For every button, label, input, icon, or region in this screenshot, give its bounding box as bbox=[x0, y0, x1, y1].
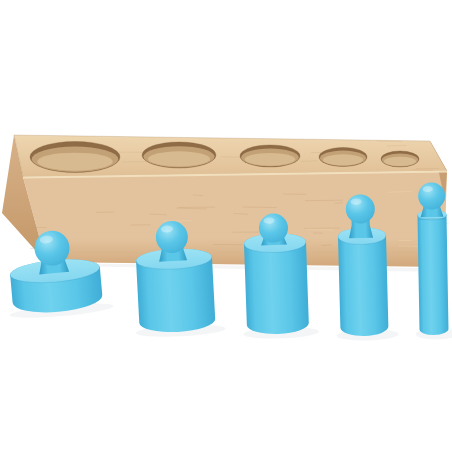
hole-5 bbox=[381, 151, 419, 167]
hole-1 bbox=[30, 142, 120, 173]
hole-5-bottom bbox=[384, 157, 416, 166]
hole-4-bottom bbox=[323, 154, 363, 165]
hole-3-bottom bbox=[245, 153, 295, 166]
hole-2-bottom bbox=[148, 151, 210, 166]
hole-3 bbox=[240, 145, 300, 167]
hole-1-bottom bbox=[37, 153, 113, 171]
cylinder-block-scene bbox=[0, 0, 452, 452]
hole-2 bbox=[142, 142, 216, 168]
product-photo bbox=[0, 0, 452, 452]
cylinder-5-body bbox=[417, 210, 448, 335]
hole-4 bbox=[319, 148, 367, 167]
